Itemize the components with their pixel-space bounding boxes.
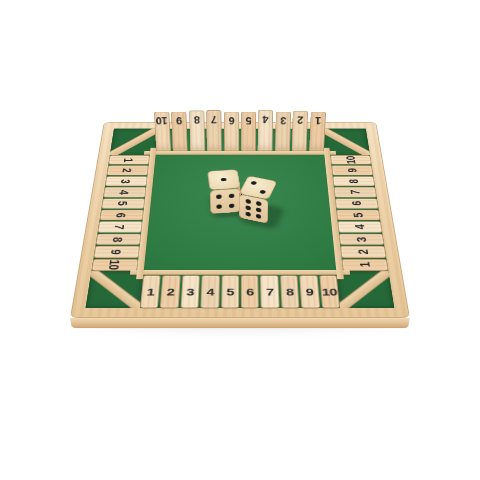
tile-left-9[interactable]: 9 xyxy=(94,246,140,258)
tile-number: 7 xyxy=(211,114,217,125)
corner-pocket-bottom-right xyxy=(336,271,394,308)
tile-number: 10 xyxy=(344,156,358,164)
tile-number: 6 xyxy=(350,201,364,205)
pip xyxy=(256,207,261,212)
pip xyxy=(259,190,266,194)
tile-number: 8 xyxy=(111,237,125,242)
tile-number: 5 xyxy=(116,201,130,205)
die-1-top-face xyxy=(207,169,240,190)
tile-number: 4 xyxy=(353,225,367,230)
tile-number: 10 xyxy=(156,116,168,126)
tile-number: 5 xyxy=(246,116,252,126)
pip xyxy=(246,212,251,217)
tile-number: 8 xyxy=(347,179,360,183)
tile-right-1[interactable]: 1 xyxy=(342,259,389,271)
tile-number: 6 xyxy=(115,213,129,218)
tile-left-1[interactable]: 1 xyxy=(108,155,150,164)
tile-bottom-5[interactable]: 5 xyxy=(221,275,239,308)
tile-bottom-10[interactable]: 10 xyxy=(319,275,340,308)
pip xyxy=(216,204,222,209)
tile-number: 4 xyxy=(263,114,269,125)
tile-top-6[interactable]: 6 xyxy=(223,112,239,152)
tile-number: 9 xyxy=(176,116,182,126)
pip xyxy=(246,199,251,204)
pip xyxy=(251,181,258,185)
tile-top-9[interactable]: 9 xyxy=(171,112,188,152)
tile-bottom-7[interactable]: 7 xyxy=(261,275,280,308)
die-1-front-face xyxy=(209,188,240,214)
dice-area xyxy=(144,155,336,270)
tile-number: 6 xyxy=(228,116,234,126)
tile-bottom-6[interactable]: 6 xyxy=(241,275,259,308)
pip xyxy=(246,205,251,210)
tile-right-8[interactable]: 8 xyxy=(332,176,375,186)
tile-rail-top xyxy=(144,151,336,154)
tile-left-3[interactable]: 3 xyxy=(105,176,148,186)
tile-number: 3 xyxy=(280,116,286,126)
pip xyxy=(256,201,261,206)
tile-top-7[interactable]: 7 xyxy=(206,110,222,152)
tile-row-top: 10987654321 xyxy=(156,129,324,152)
tile-top-5[interactable]: 5 xyxy=(241,112,257,152)
tile-number: 10 xyxy=(107,260,123,270)
tile-right-10[interactable]: 10 xyxy=(330,155,372,164)
tile-left-10[interactable]: 10 xyxy=(91,259,138,271)
shut-the-box-board: 10987654321 12345678910 10987654321 1234… xyxy=(70,122,410,318)
tile-number: 5 xyxy=(351,213,365,218)
tile-top-2[interactable]: 2 xyxy=(292,111,309,152)
tile-top-3[interactable]: 3 xyxy=(275,112,292,152)
tile-number: 9 xyxy=(110,249,125,254)
tile-number: 7 xyxy=(348,190,362,194)
tile-number: 8 xyxy=(194,115,200,126)
tile-rail-bottom xyxy=(130,270,350,275)
tile-bottom-3[interactable]: 3 xyxy=(180,275,200,308)
pip xyxy=(216,194,222,199)
tile-right-2[interactable]: 2 xyxy=(340,246,386,258)
tile-bottom-1[interactable]: 1 xyxy=(140,275,161,308)
tile-right-3[interactable]: 3 xyxy=(339,234,385,245)
die-2[interactable] xyxy=(239,199,277,224)
pip xyxy=(256,214,261,219)
tile-bottom-4[interactable]: 4 xyxy=(201,275,220,308)
tile-number: 7 xyxy=(113,225,127,230)
die-1[interactable] xyxy=(208,193,241,214)
product-photo-scene: 10987654321 12345678910 10987654321 1234… xyxy=(0,0,480,480)
tile-bottom-2[interactable]: 2 xyxy=(160,275,180,308)
pip xyxy=(229,193,235,198)
tile-number: 3 xyxy=(120,179,133,183)
corner-rail xyxy=(336,271,394,308)
tile-bottom-8[interactable]: 8 xyxy=(280,275,300,308)
corner-rail xyxy=(86,271,144,308)
pip xyxy=(229,203,234,208)
tile-number: 1 xyxy=(315,116,321,126)
tile-number: 4 xyxy=(118,190,132,194)
tile-number: 2 xyxy=(121,168,134,172)
tile-number: 9 xyxy=(346,168,359,172)
tile-number: 1 xyxy=(357,262,372,267)
pip xyxy=(221,178,227,182)
tile-top-8[interactable]: 8 xyxy=(189,110,205,151)
board-front-edge xyxy=(70,318,410,328)
tile-number: 1 xyxy=(123,158,136,162)
tile-left-8[interactable]: 8 xyxy=(96,234,142,245)
corner-pocket-bottom-left xyxy=(86,271,144,308)
tile-bottom-9[interactable]: 9 xyxy=(300,275,320,308)
tile-top-4[interactable]: 4 xyxy=(258,110,274,152)
tile-row-bottom: 12345678910 xyxy=(140,275,340,308)
tile-number: 2 xyxy=(297,115,303,126)
tile-number: 2 xyxy=(356,249,371,254)
tile-number: 3 xyxy=(354,237,368,242)
